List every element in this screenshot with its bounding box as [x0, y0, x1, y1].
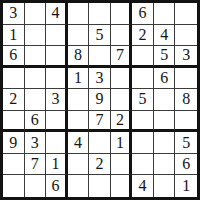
sudoku-cell-r8c8[interactable] [154, 154, 176, 176]
sudoku-cell-r8c9[interactable]: 6 [175, 154, 197, 176]
sudoku-cell-r4c1[interactable] [3, 68, 25, 90]
sudoku-cell-r7c8[interactable] [154, 132, 176, 154]
sudoku-cell-r2c1[interactable]: 1 [3, 25, 25, 47]
sudoku-cell-r9c8[interactable] [154, 175, 176, 197]
sudoku-cell-r5c7[interactable]: 5 [132, 89, 154, 111]
sudoku-cell-r1c1[interactable]: 3 [3, 3, 25, 25]
sudoku-cell-r1c9[interactable] [175, 3, 197, 25]
sudoku-cell-r2c4[interactable] [68, 25, 90, 47]
sudoku-cell-r2c5[interactable]: 5 [89, 25, 111, 47]
sudoku-cell-r6c8[interactable] [154, 111, 176, 133]
sudoku-cell-r8c6[interactable] [111, 154, 133, 176]
sudoku-cell-r9c2[interactable] [25, 175, 47, 197]
sudoku-cell-r3c5[interactable] [89, 46, 111, 68]
sudoku-cell-r9c5[interactable] [89, 175, 111, 197]
sudoku-cell-r2c2[interactable] [25, 25, 47, 47]
sudoku-cell-r7c4[interactable]: 4 [68, 132, 90, 154]
sudoku-cell-r9c1[interactable] [3, 175, 25, 197]
sudoku-cell-r9c7[interactable]: 4 [132, 175, 154, 197]
sudoku-cell-r1c8[interactable] [154, 3, 176, 25]
sudoku-cell-r6c3[interactable] [46, 111, 68, 133]
sudoku-cell-r4c3[interactable] [46, 68, 68, 90]
sudoku-cell-r7c1[interactable]: 9 [3, 132, 25, 154]
sudoku-cell-r5c9[interactable]: 8 [175, 89, 197, 111]
sudoku-cell-r6c2[interactable]: 6 [25, 111, 47, 133]
sudoku-cell-r1c6[interactable] [111, 3, 133, 25]
sudoku-cell-r8c2[interactable]: 7 [25, 154, 47, 176]
sudoku-cell-r1c4[interactable] [68, 3, 90, 25]
sudoku-cell-r8c3[interactable]: 1 [46, 154, 68, 176]
sudoku-cell-r4c5[interactable]: 3 [89, 68, 111, 90]
sudoku-cell-r7c9[interactable]: 5 [175, 132, 197, 154]
sudoku-cell-r7c2[interactable]: 3 [25, 132, 47, 154]
sudoku-cell-r1c5[interactable] [89, 3, 111, 25]
sudoku-cell-r4c6[interactable] [111, 68, 133, 90]
sudoku-cell-r3c2[interactable] [25, 46, 47, 68]
sudoku-cell-r5c5[interactable]: 9 [89, 89, 111, 111]
sudoku-cell-r8c7[interactable] [132, 154, 154, 176]
sudoku-cell-r6c5[interactable]: 7 [89, 111, 111, 133]
sudoku-cell-r1c3[interactable]: 4 [46, 3, 68, 25]
sudoku-cell-r3c6[interactable]: 7 [111, 46, 133, 68]
sudoku-cell-r5c8[interactable] [154, 89, 176, 111]
sudoku-cell-r4c7[interactable] [132, 68, 154, 90]
sudoku-cell-r5c1[interactable]: 2 [3, 89, 25, 111]
sudoku-cell-r2c3[interactable] [46, 25, 68, 47]
sudoku-cell-r3c3[interactable] [46, 46, 68, 68]
sudoku-cell-r8c4[interactable] [68, 154, 90, 176]
sudoku-cell-r9c3[interactable]: 6 [46, 175, 68, 197]
sudoku-cell-r7c5[interactable] [89, 132, 111, 154]
sudoku-cell-r6c7[interactable] [132, 111, 154, 133]
sudoku-cell-r5c2[interactable] [25, 89, 47, 111]
sudoku-cell-r8c1[interactable] [3, 154, 25, 176]
sudoku-cell-r5c6[interactable] [111, 89, 133, 111]
sudoku-cell-r6c4[interactable] [68, 111, 90, 133]
sudoku-cell-r3c7[interactable] [132, 46, 154, 68]
sudoku-cell-r9c9[interactable]: 1 [175, 175, 197, 197]
sudoku-cell-r7c3[interactable] [46, 132, 68, 154]
sudoku-cell-r2c8[interactable]: 4 [154, 25, 176, 47]
sudoku-cell-r5c4[interactable] [68, 89, 90, 111]
sudoku-cell-r2c7[interactable]: 2 [132, 25, 154, 47]
sudoku-cell-r1c2[interactable] [25, 3, 47, 25]
sudoku-cell-r7c7[interactable] [132, 132, 154, 154]
sudoku-cell-r3c8[interactable]: 5 [154, 46, 176, 68]
sudoku-board: 34615246875313623958672934157126641 [0, 0, 200, 200]
sudoku-cell-r4c8[interactable]: 6 [154, 68, 176, 90]
sudoku-cell-r9c6[interactable] [111, 175, 133, 197]
sudoku-cell-r4c2[interactable] [25, 68, 47, 90]
sudoku-cell-r7c6[interactable]: 1 [111, 132, 133, 154]
sudoku-cell-r9c4[interactable] [68, 175, 90, 197]
sudoku-cell-r2c6[interactable] [111, 25, 133, 47]
sudoku-cell-r1c7[interactable]: 6 [132, 3, 154, 25]
sudoku-cell-r5c3[interactable]: 3 [46, 89, 68, 111]
sudoku-cell-r6c1[interactable] [3, 111, 25, 133]
sudoku-cell-r4c4[interactable]: 1 [68, 68, 90, 90]
sudoku-cell-r4c9[interactable] [175, 68, 197, 90]
sudoku-cell-r8c5[interactable]: 2 [89, 154, 111, 176]
sudoku-cell-r2c9[interactable] [175, 25, 197, 47]
sudoku-cell-r6c6[interactable]: 2 [111, 111, 133, 133]
sudoku-cell-r3c4[interactable]: 8 [68, 46, 90, 68]
sudoku-cell-r3c1[interactable]: 6 [3, 46, 25, 68]
sudoku-cell-r3c9[interactable]: 3 [175, 46, 197, 68]
sudoku-cell-r6c9[interactable] [175, 111, 197, 133]
